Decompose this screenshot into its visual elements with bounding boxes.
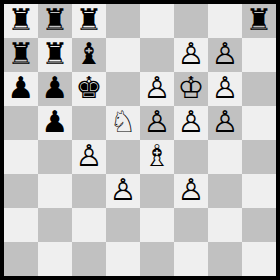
square-e7[interactable] xyxy=(140,38,174,72)
square-d1[interactable] xyxy=(106,242,140,276)
square-d4[interactable] xyxy=(106,140,140,174)
square-a4[interactable] xyxy=(4,140,38,174)
square-a7[interactable]: ♜ xyxy=(4,38,38,72)
square-e5[interactable]: ♙ xyxy=(140,106,174,140)
square-c3[interactable] xyxy=(72,174,106,208)
black-king: ♚ xyxy=(76,72,103,105)
square-g5[interactable]: ♙ xyxy=(208,106,242,140)
white-pawn: ♙ xyxy=(212,106,239,139)
white-pawn: ♙ xyxy=(178,174,205,207)
square-h3[interactable] xyxy=(242,174,276,208)
square-f3[interactable]: ♙ xyxy=(174,174,208,208)
square-c8[interactable]: ♜ xyxy=(72,4,106,38)
square-g4[interactable] xyxy=(208,140,242,174)
square-f6[interactable]: ♔ xyxy=(174,72,208,106)
square-d5[interactable]: ♘ xyxy=(106,106,140,140)
black-pawn: ♟ xyxy=(42,106,69,139)
square-a5[interactable] xyxy=(4,106,38,140)
square-h1[interactable] xyxy=(242,242,276,276)
white-pawn: ♙ xyxy=(144,72,171,105)
square-d8[interactable] xyxy=(106,4,140,38)
black-bishop: ♝ xyxy=(76,38,103,71)
square-h8[interactable]: ♜ xyxy=(242,4,276,38)
square-e8[interactable] xyxy=(140,4,174,38)
square-e1[interactable] xyxy=(140,242,174,276)
square-b4[interactable] xyxy=(38,140,72,174)
square-b8[interactable]: ♜ xyxy=(38,4,72,38)
square-a2[interactable] xyxy=(4,208,38,242)
white-pawn: ♙ xyxy=(178,38,205,71)
square-c4[interactable]: ♙ xyxy=(72,140,106,174)
white-knight: ♘ xyxy=(110,106,137,139)
square-a6[interactable]: ♟ xyxy=(4,72,38,106)
white-pawn: ♙ xyxy=(178,106,205,139)
square-h7[interactable] xyxy=(242,38,276,72)
square-g8[interactable] xyxy=(208,4,242,38)
square-d3[interactable]: ♙ xyxy=(106,174,140,208)
square-d7[interactable] xyxy=(106,38,140,72)
square-d6[interactable] xyxy=(106,72,140,106)
square-c2[interactable] xyxy=(72,208,106,242)
square-a1[interactable] xyxy=(4,242,38,276)
square-e4[interactable]: ♗ xyxy=(140,140,174,174)
white-pawn: ♙ xyxy=(110,174,137,207)
square-f4[interactable] xyxy=(174,140,208,174)
white-pawn: ♙ xyxy=(144,106,171,139)
white-pawn: ♙ xyxy=(212,72,239,105)
square-f2[interactable] xyxy=(174,208,208,242)
square-g2[interactable] xyxy=(208,208,242,242)
square-f1[interactable] xyxy=(174,242,208,276)
black-rook: ♜ xyxy=(8,38,35,71)
black-rook: ♜ xyxy=(42,4,69,37)
white-bishop: ♗ xyxy=(144,140,171,173)
square-d2[interactable] xyxy=(106,208,140,242)
square-b1[interactable] xyxy=(38,242,72,276)
square-b2[interactable] xyxy=(38,208,72,242)
square-g6[interactable]: ♙ xyxy=(208,72,242,106)
square-g3[interactable] xyxy=(208,174,242,208)
black-rook: ♜ xyxy=(76,4,103,37)
black-pawn: ♟ xyxy=(42,72,69,105)
square-b3[interactable] xyxy=(38,174,72,208)
black-pawn: ♟ xyxy=(8,72,35,105)
square-g7[interactable]: ♙ xyxy=(208,38,242,72)
white-pawn: ♙ xyxy=(76,140,103,173)
square-a3[interactable] xyxy=(4,174,38,208)
square-b6[interactable]: ♟ xyxy=(38,72,72,106)
black-rook: ♜ xyxy=(8,4,35,37)
black-rook: ♜ xyxy=(42,38,69,71)
square-g1[interactable] xyxy=(208,242,242,276)
square-c7[interactable]: ♝ xyxy=(72,38,106,72)
chess-board: ♜♜♜♜♜♜♝♙♙♟♟♚♙♔♙♟♘♙♙♙♙♗♙♙ xyxy=(0,0,280,280)
square-e6[interactable]: ♙ xyxy=(140,72,174,106)
square-e3[interactable] xyxy=(140,174,174,208)
square-b7[interactable]: ♜ xyxy=(38,38,72,72)
square-h5[interactable] xyxy=(242,106,276,140)
square-h6[interactable] xyxy=(242,72,276,106)
square-c6[interactable]: ♚ xyxy=(72,72,106,106)
white-king: ♔ xyxy=(178,72,205,105)
square-h2[interactable] xyxy=(242,208,276,242)
square-f5[interactable]: ♙ xyxy=(174,106,208,140)
black-rook: ♜ xyxy=(246,4,273,37)
square-c1[interactable] xyxy=(72,242,106,276)
square-f7[interactable]: ♙ xyxy=(174,38,208,72)
white-pawn: ♙ xyxy=(212,38,239,71)
square-e2[interactable] xyxy=(140,208,174,242)
square-h4[interactable] xyxy=(242,140,276,174)
square-a8[interactable]: ♜ xyxy=(4,4,38,38)
square-c5[interactable] xyxy=(72,106,106,140)
square-f8[interactable] xyxy=(174,4,208,38)
square-b5[interactable]: ♟ xyxy=(38,106,72,140)
